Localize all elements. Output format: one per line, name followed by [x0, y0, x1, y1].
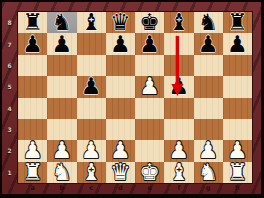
square-g5[interactable] [194, 76, 223, 97]
square-c4[interactable] [77, 98, 106, 119]
piece-black-pawn[interactable]: ♟ [22, 34, 43, 55]
chess-board: ♜♞♝♛♚♝♞♜♟♟♟♟♟♟♟♟♟♟♟♟♟♟♟♟♜♞♝♛♚♝♞♜ [18, 12, 252, 183]
piece-black-pawn[interactable]: ♟ [198, 34, 219, 55]
square-c7[interactable] [77, 33, 106, 54]
square-a7[interactable]: ♟ [18, 33, 47, 54]
square-f7[interactable] [164, 33, 193, 54]
square-f1[interactable]: ♝ [164, 162, 193, 183]
file-label-b: b [47, 183, 76, 193]
square-g6[interactable] [194, 55, 223, 76]
square-d6[interactable] [106, 55, 135, 76]
square-d4[interactable] [106, 98, 135, 119]
file-label-h: h [223, 183, 252, 193]
square-e3[interactable] [135, 119, 164, 140]
rank-label-1: 1 [2, 162, 17, 183]
square-h6[interactable] [223, 55, 252, 76]
file-label-c: c [77, 183, 106, 193]
rank-label-7: 7 [2, 33, 17, 54]
rank-label-5: 5 [2, 76, 17, 97]
square-a5[interactable] [18, 76, 47, 97]
file-label-d: d [106, 183, 135, 193]
piece-black-pawn[interactable]: ♟ [52, 34, 73, 55]
square-g7[interactable]: ♟ [194, 33, 223, 54]
rank-label-8: 8 [2, 12, 17, 33]
square-a1[interactable]: ♜ [18, 162, 47, 183]
square-c1[interactable]: ♝ [77, 162, 106, 183]
rank-labels: 87654321 [2, 12, 17, 183]
square-e5[interactable]: ♟ [135, 76, 164, 97]
file-labels: abcdefgh [18, 183, 252, 193]
rank-label-3: 3 [2, 119, 17, 140]
piece-white-queen[interactable]: ♛ [110, 162, 131, 183]
piece-white-knight[interactable]: ♞ [52, 162, 73, 183]
square-c5[interactable]: ♟ [77, 76, 106, 97]
square-f4[interactable] [164, 98, 193, 119]
file-label-a: a [18, 183, 47, 193]
square-g4[interactable] [194, 98, 223, 119]
piece-black-pawn[interactable]: ♟ [81, 76, 102, 97]
square-e4[interactable] [135, 98, 164, 119]
square-h5[interactable] [223, 76, 252, 97]
square-d5[interactable] [106, 76, 135, 97]
square-b7[interactable]: ♟ [47, 33, 76, 54]
square-a6[interactable] [18, 55, 47, 76]
piece-black-pawn[interactable]: ♟ [227, 34, 248, 55]
piece-black-bishop[interactable]: ♝ [169, 12, 190, 33]
chess-app-window: 87654321 ♜♞♝♛♚♝♞♜♟♟♟♟♟♟♟♟♟♟♟♟♟♟♟♟♜♞♝♛♚♝♞… [0, 0, 264, 198]
piece-white-king[interactable]: ♚ [139, 162, 160, 183]
piece-white-rook[interactable]: ♜ [227, 162, 248, 183]
square-h7[interactable]: ♟ [223, 33, 252, 54]
piece-white-knight[interactable]: ♞ [198, 162, 219, 183]
file-label-e: e [135, 183, 164, 193]
square-b1[interactable]: ♞ [47, 162, 76, 183]
square-f8[interactable]: ♝ [164, 12, 193, 33]
square-g1[interactable]: ♞ [194, 162, 223, 183]
piece-white-rook[interactable]: ♜ [22, 162, 43, 183]
square-e1[interactable]: ♚ [135, 162, 164, 183]
square-e7[interactable]: ♟ [135, 33, 164, 54]
piece-white-bishop[interactable]: ♝ [169, 162, 190, 183]
piece-white-pawn[interactable]: ♟ [139, 76, 160, 97]
file-label-g: g [194, 183, 223, 193]
square-f5[interactable]: ♟ [164, 76, 193, 97]
piece-white-bishop[interactable]: ♝ [81, 162, 102, 183]
square-c8[interactable]: ♝ [77, 12, 106, 33]
square-a4[interactable] [18, 98, 47, 119]
piece-black-pawn[interactable]: ♟ [110, 34, 131, 55]
rank-label-4: 4 [2, 98, 17, 119]
square-h4[interactable] [223, 98, 252, 119]
rank-label-6: 6 [2, 55, 17, 76]
square-b5[interactable] [47, 76, 76, 97]
square-d7[interactable]: ♟ [106, 33, 135, 54]
piece-black-pawn[interactable]: ♟ [139, 34, 160, 55]
square-h1[interactable]: ♜ [223, 162, 252, 183]
file-label-f: f [164, 183, 193, 193]
square-b6[interactable] [47, 55, 76, 76]
piece-black-pawn[interactable]: ♟ [169, 76, 190, 97]
square-d1[interactable]: ♛ [106, 162, 135, 183]
square-b4[interactable] [47, 98, 76, 119]
piece-black-bishop[interactable]: ♝ [81, 12, 102, 33]
rank-label-2: 2 [2, 140, 17, 161]
